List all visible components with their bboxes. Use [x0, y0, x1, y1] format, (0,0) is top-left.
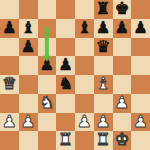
square-c8[interactable]: [38, 0, 57, 19]
piece-black-pawn[interactable]: ♟: [2, 19, 17, 36]
piece-black-pawn[interactable]: ♟: [58, 57, 73, 74]
piece-black-pawn[interactable]: ♟: [39, 57, 54, 74]
square-c2[interactable]: [38, 113, 57, 132]
square-g8[interactable]: ♚: [113, 0, 132, 19]
square-e1[interactable]: [75, 131, 94, 150]
piece-white-pawn[interactable]: ♟: [77, 113, 92, 130]
square-a8[interactable]: [0, 0, 19, 19]
square-e8[interactable]: [75, 0, 94, 19]
square-f5[interactable]: [94, 56, 113, 75]
square-a4[interactable]: ♛: [0, 75, 19, 94]
piece-black-bishop[interactable]: ♝: [21, 19, 36, 36]
piece-black-pawn[interactable]: ♟: [96, 19, 111, 36]
piece-black-queen[interactable]: ♛: [96, 38, 111, 55]
piece-white-knight[interactable]: ♞: [39, 94, 54, 111]
square-d8[interactable]: [56, 0, 75, 19]
square-b7[interactable]: ♝: [19, 19, 38, 38]
piece-white-queen[interactable]: ♛: [2, 76, 17, 93]
piece-white-pawn[interactable]: ♟: [2, 113, 17, 130]
square-a7[interactable]: ♟: [0, 19, 19, 38]
piece-white-pawn[interactable]: ♟: [21, 113, 36, 130]
piece-white-rook[interactable]: ♜: [96, 132, 111, 149]
piece-white-rook[interactable]: ♜: [58, 132, 73, 149]
square-a5[interactable]: [0, 56, 19, 75]
square-f1[interactable]: ♜: [94, 131, 113, 150]
square-h3[interactable]: [131, 94, 150, 113]
piece-black-bishop[interactable]: ♝: [77, 19, 92, 36]
square-h5[interactable]: [131, 56, 150, 75]
square-e7[interactable]: ♝: [75, 19, 94, 38]
square-d6[interactable]: [56, 38, 75, 57]
square-c4[interactable]: [38, 75, 57, 94]
square-e2[interactable]: ♟: [75, 113, 94, 132]
piece-black-knight[interactable]: ♞: [58, 76, 73, 93]
square-h1[interactable]: [131, 131, 150, 150]
square-d3[interactable]: [56, 94, 75, 113]
square-c1[interactable]: [38, 131, 57, 150]
square-h4[interactable]: [131, 75, 150, 94]
square-c6[interactable]: [38, 38, 57, 57]
square-c7[interactable]: [38, 19, 57, 38]
piece-black-pawn[interactable]: ♟: [21, 38, 36, 55]
square-h8[interactable]: [131, 0, 150, 19]
square-c3[interactable]: ♞: [38, 94, 57, 113]
piece-white-pawn[interactable]: ♟: [114, 94, 129, 111]
square-b8[interactable]: [19, 0, 38, 19]
square-f3[interactable]: [94, 94, 113, 113]
square-f6[interactable]: ♛: [94, 38, 113, 57]
square-g1[interactable]: ♚: [113, 131, 132, 150]
square-c5[interactable]: ♟: [38, 56, 57, 75]
square-f2[interactable]: ♟: [94, 113, 113, 132]
square-d5[interactable]: ♟: [56, 56, 75, 75]
square-a1[interactable]: [0, 131, 19, 150]
square-a2[interactable]: ♟: [0, 113, 19, 132]
square-g2[interactable]: [113, 113, 132, 132]
square-b1[interactable]: [19, 131, 38, 150]
square-d4[interactable]: ♞: [56, 75, 75, 94]
square-d1[interactable]: ♜: [56, 131, 75, 150]
square-f4[interactable]: ♝: [94, 75, 113, 94]
chess-board-wrap: ♜♚♟♝♝♟♟♟♟♛♟♟♛♞♝♞♟♟♟♟♟♟♜♜♚: [0, 0, 150, 150]
piece-black-king[interactable]: ♚: [114, 1, 129, 18]
square-h6[interactable]: [131, 38, 150, 57]
square-h2[interactable]: ♟: [131, 113, 150, 132]
square-b5[interactable]: [19, 56, 38, 75]
piece-black-pawn[interactable]: ♟: [133, 19, 148, 36]
square-e4[interactable]: [75, 75, 94, 94]
square-g6[interactable]: [113, 38, 132, 57]
piece-white-pawn[interactable]: ♟: [96, 113, 111, 130]
square-b4[interactable]: [19, 75, 38, 94]
square-b3[interactable]: [19, 94, 38, 113]
piece-white-bishop[interactable]: ♝: [96, 76, 111, 93]
square-e3[interactable]: [75, 94, 94, 113]
piece-black-pawn[interactable]: ♟: [114, 19, 129, 36]
square-a3[interactable]: [0, 94, 19, 113]
piece-white-king[interactable]: ♚: [114, 132, 129, 149]
square-g4[interactable]: [113, 75, 132, 94]
square-h7[interactable]: ♟: [131, 19, 150, 38]
square-d7[interactable]: [56, 19, 75, 38]
square-d2[interactable]: [56, 113, 75, 132]
square-g7[interactable]: ♟: [113, 19, 132, 38]
square-a6[interactable]: [0, 38, 19, 57]
piece-white-pawn[interactable]: ♟: [133, 113, 148, 130]
square-b6[interactable]: ♟: [19, 38, 38, 57]
square-e6[interactable]: [75, 38, 94, 57]
square-f7[interactable]: ♟: [94, 19, 113, 38]
square-g3[interactable]: ♟: [113, 94, 132, 113]
piece-black-rook[interactable]: ♜: [96, 1, 111, 18]
square-b2[interactable]: ♟: [19, 113, 38, 132]
square-g5[interactable]: [113, 56, 132, 75]
chess-board: ♜♚♟♝♝♟♟♟♟♛♟♟♛♞♝♞♟♟♟♟♟♟♜♜♚: [0, 0, 150, 150]
square-e5[interactable]: [75, 56, 94, 75]
square-f8[interactable]: ♜: [94, 0, 113, 19]
